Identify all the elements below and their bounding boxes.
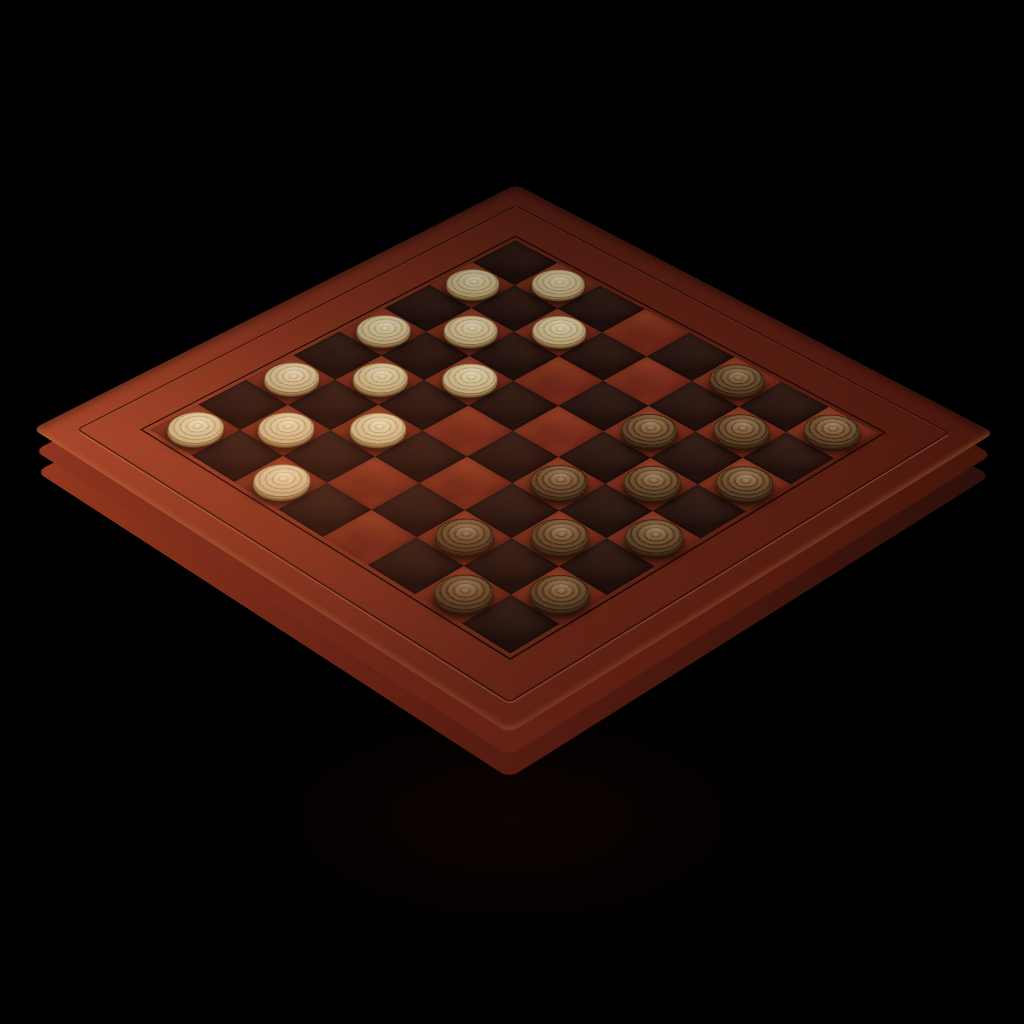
square-r1c7-dark [742, 432, 834, 484]
square-r2c6-dark [650, 432, 742, 484]
square-r6c4-dark [372, 483, 466, 537]
dark-man[interactable] [519, 458, 600, 504]
square-r7c3-dark [278, 483, 372, 537]
photo-background [0, 0, 1024, 1024]
checkers-board [33, 184, 995, 733]
square-r6c7-red[interactable] [511, 566, 607, 624]
square-r2c7-red[interactable] [698, 458, 791, 511]
square-r7c7-dark [462, 594, 559, 653]
square-r7c1-dark [192, 430, 284, 482]
square-r7c4-red[interactable] [323, 510, 417, 566]
dark-man[interactable] [518, 567, 602, 617]
square-r4c4-dark [467, 431, 559, 483]
dark-man[interactable] [424, 511, 506, 559]
square-r3c5-dark [559, 431, 651, 483]
square-r6c6-dark [464, 538, 559, 595]
square-r6c3-red[interactable] [327, 456, 420, 509]
square-r4c7-red[interactable] [606, 511, 701, 567]
square-r7c6-red[interactable] [415, 566, 511, 624]
square-r5c7-dark [559, 538, 654, 595]
dark-man[interactable] [422, 567, 506, 617]
dark-man[interactable] [612, 459, 693, 505]
square-r3c6-red[interactable] [605, 457, 698, 510]
square-r4c5-red[interactable] [512, 457, 605, 510]
dark-man[interactable] [704, 459, 785, 505]
dark-man[interactable] [613, 512, 695, 560]
square-r6c2-dark [283, 430, 375, 482]
square-r4c6-dark [559, 484, 653, 538]
dark-man[interactable] [519, 512, 601, 560]
light-man[interactable] [241, 457, 322, 503]
board-frame [33, 184, 995, 733]
square-r5c3-dark [375, 431, 467, 483]
square-r5c6-red[interactable] [512, 510, 607, 566]
square-r7c2-red[interactable] [234, 456, 327, 509]
square-r7c5-dark [368, 537, 463, 594]
square-r5c5-dark [465, 483, 559, 537]
square-r5c4-red[interactable] [420, 457, 513, 510]
square-r6c5-red[interactable] [417, 510, 512, 566]
square-r3c7-dark [652, 484, 746, 538]
